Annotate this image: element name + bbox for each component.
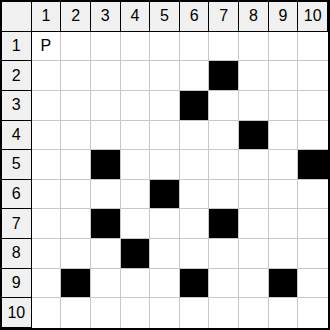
cell-r10c8[interactable] <box>239 298 269 328</box>
col-header-10: 10 <box>298 2 328 32</box>
cell-r8c6[interactable] <box>180 239 210 269</box>
col-header-7: 7 <box>209 2 239 32</box>
player-cell-r1c1[interactable]: P <box>32 32 62 62</box>
cell-r1c5[interactable] <box>150 32 180 62</box>
cell-r9c7[interactable] <box>209 269 239 299</box>
cell-r2c9[interactable] <box>269 61 299 91</box>
cell-r2c3[interactable] <box>91 61 121 91</box>
row-header-4: 4 <box>2 121 32 151</box>
cell-r3c2[interactable] <box>61 91 91 121</box>
cell-r8c5[interactable] <box>150 239 180 269</box>
row-header-8: 8 <box>2 239 32 269</box>
cell-r7c6[interactable] <box>180 209 210 239</box>
cell-r7c9[interactable] <box>269 209 299 239</box>
cell-r5c8[interactable] <box>239 150 269 180</box>
row-header-9: 9 <box>2 269 32 299</box>
cell-r7c4[interactable] <box>121 209 151 239</box>
cell-r10c5[interactable] <box>150 298 180 328</box>
cell-r10c6[interactable] <box>180 298 210 328</box>
cell-r10c4[interactable] <box>121 298 151 328</box>
cell-r8c2[interactable] <box>61 239 91 269</box>
cell-r5c2[interactable] <box>61 150 91 180</box>
cell-r7c5[interactable] <box>150 209 180 239</box>
cell-r1c4[interactable] <box>121 32 151 62</box>
col-header-4: 4 <box>121 2 151 32</box>
blocked-cell-r9c6[interactable] <box>180 269 210 299</box>
cell-r2c2[interactable] <box>61 61 91 91</box>
cell-r6c8[interactable] <box>239 180 269 210</box>
blocked-cell-r9c2[interactable] <box>61 269 91 299</box>
cell-r10c7[interactable] <box>209 298 239 328</box>
cell-r6c7[interactable] <box>209 180 239 210</box>
blocked-cell-r7c7[interactable] <box>209 209 239 239</box>
cell-r3c1[interactable] <box>32 91 62 121</box>
cell-r1c7[interactable] <box>209 32 239 62</box>
cell-r6c3[interactable] <box>91 180 121 210</box>
cell-r6c6[interactable] <box>180 180 210 210</box>
cell-r4c6[interactable] <box>180 121 210 151</box>
row-header-3: 3 <box>2 91 32 121</box>
cell-r10c10[interactable] <box>298 298 328 328</box>
cell-r9c5[interactable] <box>150 269 180 299</box>
cell-r9c1[interactable] <box>32 269 62 299</box>
cell-r6c10[interactable] <box>298 180 328 210</box>
col-header-5: 5 <box>150 2 180 32</box>
cell-r4c5[interactable] <box>150 121 180 151</box>
col-header-2: 2 <box>61 2 91 32</box>
cell-r4c1[interactable] <box>32 121 62 151</box>
cell-r3c9[interactable] <box>269 91 299 121</box>
cell-r2c1[interactable] <box>32 61 62 91</box>
cell-r3c4[interactable] <box>121 91 151 121</box>
cell-r2c8[interactable] <box>239 61 269 91</box>
cell-r7c2[interactable] <box>61 209 91 239</box>
col-header-9: 9 <box>269 2 299 32</box>
cell-r5c6[interactable] <box>180 150 210 180</box>
blocked-cell-r8c4[interactable] <box>121 239 151 269</box>
row-header-7: 7 <box>2 209 32 239</box>
col-header-8: 8 <box>239 2 269 32</box>
cell-r6c1[interactable] <box>32 180 62 210</box>
cell-r4c9[interactable] <box>269 121 299 151</box>
blocked-cell-r4c8[interactable] <box>239 121 269 151</box>
col-header-3: 3 <box>91 2 121 32</box>
cell-r3c8[interactable] <box>239 91 269 121</box>
cell-r1c3[interactable] <box>91 32 121 62</box>
cell-r7c8[interactable] <box>239 209 269 239</box>
cell-r4c7[interactable] <box>209 121 239 151</box>
cell-r2c4[interactable] <box>121 61 151 91</box>
cell-r3c5[interactable] <box>150 91 180 121</box>
cell-r6c4[interactable] <box>121 180 151 210</box>
cell-r5c9[interactable] <box>269 150 299 180</box>
cell-r9c10[interactable] <box>298 269 328 299</box>
cell-r9c8[interactable] <box>239 269 269 299</box>
blocked-cell-r3c6[interactable] <box>180 91 210 121</box>
row-header-1: 1 <box>2 32 32 62</box>
cell-r5c7[interactable] <box>209 150 239 180</box>
cell-r10c3[interactable] <box>91 298 121 328</box>
cell-r6c2[interactable] <box>61 180 91 210</box>
cell-r8c7[interactable] <box>209 239 239 269</box>
row-header-10: 10 <box>2 298 32 328</box>
cell-r8c8[interactable] <box>239 239 269 269</box>
cell-r10c9[interactable] <box>269 298 299 328</box>
cell-r6c9[interactable] <box>269 180 299 210</box>
blocked-cell-r7c3[interactable] <box>91 209 121 239</box>
row-header-6: 6 <box>2 180 32 210</box>
cell-r5c5[interactable] <box>150 150 180 180</box>
blocked-cell-r5c10[interactable] <box>298 150 328 180</box>
cell-r3c10[interactable] <box>298 91 328 121</box>
cell-r2c6[interactable] <box>180 61 210 91</box>
cell-r9c3[interactable] <box>91 269 121 299</box>
cell-r10c2[interactable] <box>61 298 91 328</box>
row-header-5: 5 <box>2 150 32 180</box>
blocked-cell-r6c5[interactable] <box>150 180 180 210</box>
puzzle-board: 123456789101P2345678910 <box>0 0 330 330</box>
cell-r1c9[interactable] <box>269 32 299 62</box>
cell-r10c1[interactable] <box>32 298 62 328</box>
cell-r7c1[interactable] <box>32 209 62 239</box>
cell-r5c4[interactable] <box>121 150 151 180</box>
blocked-cell-r5c3[interactable] <box>91 150 121 180</box>
cell-r2c5[interactable] <box>150 61 180 91</box>
cell-r8c9[interactable] <box>269 239 299 269</box>
cell-r7c10[interactable] <box>298 209 328 239</box>
blocked-cell-r9c9[interactable] <box>269 269 299 299</box>
row-header-2: 2 <box>2 61 32 91</box>
cell-r8c3[interactable] <box>91 239 121 269</box>
cell-r9c4[interactable] <box>121 269 151 299</box>
cell-r4c3[interactable] <box>91 121 121 151</box>
cell-r1c8[interactable] <box>239 32 269 62</box>
cell-r3c3[interactable] <box>91 91 121 121</box>
cell-r8c10[interactable] <box>298 239 328 269</box>
cell-r4c2[interactable] <box>61 121 91 151</box>
cell-r1c10[interactable] <box>298 32 328 62</box>
cell-r4c4[interactable] <box>121 121 151 151</box>
cell-r2c10[interactable] <box>298 61 328 91</box>
col-header-1: 1 <box>32 2 62 32</box>
cell-r5c1[interactable] <box>32 150 62 180</box>
cell-r1c6[interactable] <box>180 32 210 62</box>
cell-r1c2[interactable] <box>61 32 91 62</box>
cell-r4c10[interactable] <box>298 121 328 151</box>
blocked-cell-r2c7[interactable] <box>209 61 239 91</box>
corner-cell <box>2 2 32 32</box>
cell-r3c7[interactable] <box>209 91 239 121</box>
col-header-6: 6 <box>180 2 210 32</box>
cell-r8c1[interactable] <box>32 239 62 269</box>
